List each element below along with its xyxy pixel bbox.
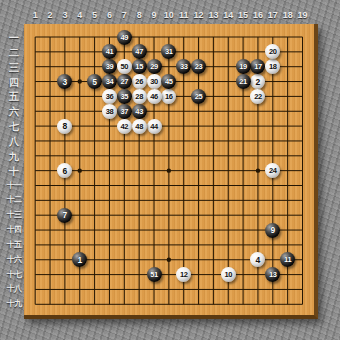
stone-46-white[interactable]: 46 (147, 89, 162, 104)
stone-move-number: 45 (165, 77, 173, 86)
stone-move-number: 37 (121, 107, 129, 116)
stone-move-number: 47 (135, 47, 143, 56)
stone-move-number: 51 (150, 270, 158, 279)
stone-move-number: 42 (121, 122, 129, 131)
stone-move-number: 17 (254, 62, 262, 71)
stone-26-white[interactable]: 26 (132, 74, 147, 89)
column-label-12: 12 (191, 10, 207, 20)
stone-15-black[interactable]: 15 (132, 59, 147, 74)
row-label-7: 七 (2, 120, 26, 134)
row-label-12: 十二 (2, 194, 26, 205)
column-label-9: 9 (146, 10, 162, 20)
column-label-19: 19 (295, 10, 311, 20)
stone-42-white[interactable]: 42 (117, 119, 132, 134)
column-label-11: 11 (176, 10, 192, 20)
star-point (78, 79, 82, 83)
stone-move-number: 29 (150, 62, 158, 71)
stone-move-number: 12 (180, 270, 188, 279)
star-point (78, 168, 82, 172)
stone-move-number: 49 (121, 33, 129, 42)
stone-43-black[interactable]: 43 (132, 104, 147, 119)
row-label-17: 十七 (2, 269, 26, 280)
stone-move-number: 41 (106, 47, 114, 56)
star-point (167, 168, 171, 172)
stone-move-number: 46 (150, 92, 158, 101)
column-label-14: 14 (220, 10, 236, 20)
column-label-15: 15 (235, 10, 251, 20)
row-label-14: 十四 (2, 224, 26, 235)
row-label-4: 四 (2, 76, 26, 90)
stone-move-number: 23 (195, 62, 203, 71)
row-label-18: 十八 (2, 283, 26, 294)
stone-19-black[interactable]: 19 (236, 59, 251, 74)
column-label-3: 3 (57, 10, 73, 20)
column-label-16: 16 (250, 10, 266, 20)
stone-34-black[interactable]: 34 (102, 74, 117, 89)
stone-move-number: 7 (63, 210, 68, 220)
row-label-1: 一 (2, 31, 26, 45)
stone-50-white[interactable]: 50 (117, 59, 132, 74)
stone-47-black[interactable]: 47 (132, 44, 147, 59)
stone-49-black[interactable]: 49 (117, 30, 132, 45)
stone-move-number: 33 (180, 62, 188, 71)
stone-27-black[interactable]: 27 (117, 74, 132, 89)
stone-move-number: 30 (150, 77, 158, 86)
column-label-6: 6 (101, 10, 117, 20)
stone-move-number: 9 (270, 225, 275, 235)
column-label-13: 13 (205, 10, 221, 20)
row-label-19: 十九 (2, 298, 26, 309)
stone-move-number: 27 (121, 77, 129, 86)
stone-8-white[interactable]: 8 (57, 119, 72, 134)
go-board[interactable]: 1234567891011121315161718192021222324252… (24, 24, 318, 319)
stone-move-number: 39 (106, 62, 114, 71)
stone-36-white[interactable]: 36 (102, 89, 117, 104)
column-label-7: 7 (116, 10, 132, 20)
stone-30-white[interactable]: 30 (147, 74, 162, 89)
stone-move-number: 26 (135, 77, 143, 86)
row-label-16: 十六 (2, 254, 26, 265)
row-label-15: 十五 (2, 239, 26, 250)
row-label-8: 八 (2, 135, 26, 149)
stone-move-number: 43 (135, 107, 143, 116)
stone-10-white[interactable]: 10 (221, 267, 236, 282)
column-label-4: 4 (72, 10, 88, 20)
stone-29-black[interactable]: 29 (147, 59, 162, 74)
stone-move-number: 19 (239, 62, 247, 71)
row-label-9: 九 (2, 150, 26, 164)
row-label-11: 十一 (2, 180, 26, 191)
stone-move-number: 35 (121, 92, 129, 101)
stone-48-white[interactable]: 48 (132, 119, 147, 134)
stone-move-number: 28 (135, 92, 143, 101)
stone-21-black[interactable]: 21 (236, 74, 251, 89)
row-label-10: 十 (2, 165, 26, 179)
go-kifu-viewer: 12345678910111213141516171819 一二三四五六七八九十… (0, 0, 340, 340)
stone-move-number: 13 (269, 270, 277, 279)
stone-move-number: 11 (284, 255, 291, 264)
row-label-13: 十三 (2, 209, 26, 220)
row-label-6: 六 (2, 105, 26, 119)
stone-move-number: 50 (121, 62, 129, 71)
stone-move-number: 8 (63, 121, 68, 131)
stone-move-number: 24 (269, 166, 277, 175)
stone-move-number: 2 (256, 77, 261, 87)
column-label-10: 10 (161, 10, 177, 20)
stone-move-number: 22 (254, 92, 262, 101)
stone-move-number: 15 (135, 62, 143, 71)
stone-35-black[interactable]: 35 (117, 89, 132, 104)
stone-move-number: 25 (195, 92, 203, 101)
stone-move-number: 38 (106, 107, 114, 116)
stone-move-number: 10 (224, 270, 232, 279)
stone-move-number: 21 (239, 77, 247, 86)
stone-move-number: 31 (165, 47, 173, 56)
stone-44-white[interactable]: 44 (147, 119, 162, 134)
stone-move-number: 36 (106, 92, 114, 101)
star-point (256, 168, 260, 172)
stone-7-black[interactable]: 7 (57, 208, 72, 223)
stone-move-number: 1 (77, 255, 82, 265)
column-label-5: 5 (87, 10, 103, 20)
stone-move-number: 18 (269, 62, 277, 71)
row-label-5: 五 (2, 90, 26, 104)
stone-move-number: 5 (92, 77, 97, 87)
stone-25-black[interactable]: 25 (191, 89, 206, 104)
column-label-8: 8 (131, 10, 147, 20)
column-label-18: 18 (280, 10, 296, 20)
row-label-2: 二 (2, 46, 26, 60)
stone-move-number: 6 (63, 166, 68, 176)
column-label-1: 1 (27, 10, 43, 20)
stone-move-number: 44 (150, 122, 158, 131)
stone-move-number: 4 (256, 255, 261, 265)
star-point (167, 258, 171, 262)
row-label-3: 三 (2, 61, 26, 75)
stone-move-number: 48 (135, 122, 143, 131)
stone-move-number: 20 (269, 47, 277, 56)
stone-51-black[interactable]: 51 (147, 267, 162, 282)
stone-move-number: 34 (106, 77, 114, 86)
stone-38-white[interactable]: 38 (102, 104, 117, 119)
stone-37-black[interactable]: 37 (117, 104, 132, 119)
column-label-17: 17 (265, 10, 281, 20)
stone-28-white[interactable]: 28 (132, 89, 147, 104)
stone-move-number: 3 (63, 77, 68, 87)
stone-9-black[interactable]: 9 (265, 223, 280, 238)
stone-move-number: 16 (165, 92, 173, 101)
column-label-2: 2 (42, 10, 58, 20)
